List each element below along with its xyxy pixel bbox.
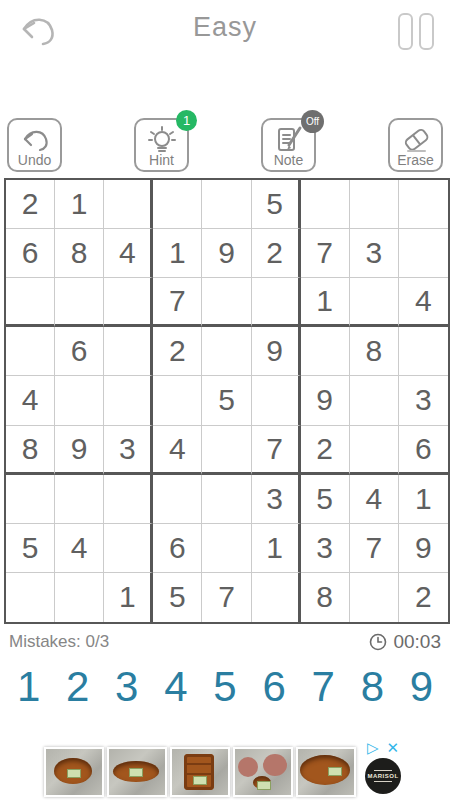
cell-r7c2[interactable] (55, 475, 104, 524)
numpad-key-2[interactable]: 2 (53, 663, 102, 711)
cell-r5c2[interactable] (55, 376, 104, 425)
cell-r5c8[interactable] (350, 376, 399, 425)
numpad-key-8[interactable]: 8 (348, 663, 397, 711)
cell-r6c1[interactable]: 8 (6, 426, 55, 475)
cell-r3c3[interactable] (104, 278, 153, 327)
cell-r3c2[interactable] (55, 278, 104, 327)
cell-r4c2[interactable]: 6 (55, 327, 104, 376)
adchoices-icon[interactable]: ▷ (367, 740, 379, 755)
cell-r5c9[interactable]: 3 (399, 376, 448, 425)
cell-r3c5[interactable] (202, 278, 251, 327)
cell-r6c9[interactable]: 6 (399, 426, 448, 475)
cell-r9c4[interactable]: 5 (153, 573, 202, 622)
top-bar: Easy (0, 0, 450, 56)
numpad-key-9[interactable]: 9 (397, 663, 446, 711)
cell-r9c3[interactable]: 1 (104, 573, 153, 622)
cell-r1c2[interactable]: 1 (55, 180, 104, 229)
cell-r5c1[interactable]: 4 (6, 376, 55, 425)
cell-r1c4[interactable] (153, 180, 202, 229)
ad-controls: ▷ ✕ MARISOL (365, 740, 401, 794)
numpad-key-7[interactable]: 7 (299, 663, 348, 711)
ad-thumbnail-wide-bowl[interactable] (296, 747, 356, 797)
toolbar: Undo 1 Hint Off Note (0, 118, 450, 172)
status-bar: Mistakes: 0/3 00:03 (0, 631, 450, 653)
sudoku-board: 2156841927371462984593893472635415461379… (4, 178, 450, 624)
cell-r7c5[interactable] (202, 475, 251, 524)
cell-r1c7[interactable] (301, 180, 350, 229)
cell-r1c3[interactable] (104, 180, 153, 229)
mistakes-value: 0/3 (86, 632, 110, 651)
cell-r6c8[interactable] (350, 426, 399, 475)
cell-r9c1[interactable] (6, 573, 55, 622)
pause-icon (419, 13, 434, 50)
cell-r7c3[interactable] (104, 475, 153, 524)
cell-r6c2[interactable]: 9 (55, 426, 104, 475)
cell-r2c7[interactable]: 7 (301, 229, 350, 278)
cell-r7c4[interactable] (153, 475, 202, 524)
cell-r8c7[interactable]: 3 (301, 524, 350, 573)
cell-r7c8[interactable]: 4 (350, 475, 399, 524)
pause-icon (398, 13, 413, 50)
undo-label: Undo (18, 152, 51, 168)
cell-r9c2[interactable] (55, 573, 104, 622)
cell-r3c4[interactable]: 7 (153, 278, 202, 327)
advertiser-logo[interactable]: MARISOL (365, 758, 401, 794)
cell-r9c6[interactable] (252, 573, 301, 622)
ad-thumbnail-oval-platter[interactable] (107, 747, 167, 797)
ad-thumbnail-plates-set[interactable] (233, 747, 293, 797)
cell-r8c4[interactable]: 6 (153, 524, 202, 573)
cell-r9c8[interactable] (350, 573, 399, 622)
cell-r3c7[interactable]: 1 (301, 278, 350, 327)
cell-r8c9[interactable]: 9 (399, 524, 448, 573)
undo-icon (9, 124, 60, 154)
bowl-photo (46, 749, 102, 795)
cell-r4c6[interactable]: 9 (252, 327, 301, 376)
timer: 00:03 (369, 631, 441, 653)
cell-r5c5[interactable]: 5 (202, 376, 251, 425)
cell-r2c2[interactable]: 8 (55, 229, 104, 278)
cell-r1c6[interactable]: 5 (252, 180, 301, 229)
numpad-key-1[interactable]: 1 (4, 663, 53, 711)
cell-r8c5[interactable] (202, 524, 251, 573)
cell-r8c6[interactable]: 1 (252, 524, 301, 573)
cell-r1c5[interactable] (202, 180, 251, 229)
logo-decor-line (374, 781, 392, 782)
advertiser-logo-text: MARISOL (367, 773, 398, 779)
cell-r3c1[interactable] (6, 278, 55, 327)
ad-banner[interactable]: ▷ ✕ MARISOL (0, 734, 450, 800)
cell-r2c8[interactable]: 3 (350, 229, 399, 278)
cell-r2c6[interactable]: 2 (252, 229, 301, 278)
numpad-key-5[interactable]: 5 (200, 663, 249, 711)
numpad-key-3[interactable]: 3 (102, 663, 151, 711)
tray-photo (172, 749, 228, 795)
cell-r4c7[interactable] (301, 327, 350, 376)
cell-r1c9[interactable] (399, 180, 448, 229)
cell-r4c9[interactable] (399, 327, 448, 376)
wide-bowl-photo (298, 749, 354, 795)
cell-r1c1[interactable]: 2 (6, 180, 55, 229)
cell-r8c2[interactable]: 4 (55, 524, 104, 573)
cell-r5c7[interactable]: 9 (301, 376, 350, 425)
page-title: Easy (0, 12, 450, 43)
cell-r3c6[interactable] (252, 278, 301, 327)
ad-close-icon[interactable]: ✕ (386, 740, 399, 755)
cell-r2c4[interactable]: 1 (153, 229, 202, 278)
cell-r2c5[interactable]: 9 (202, 229, 251, 278)
cell-r8c8[interactable]: 7 (350, 524, 399, 573)
cell-r6c3[interactable]: 3 (104, 426, 153, 475)
mistakes-label: Mistakes: (9, 632, 81, 651)
logo-decor-line (374, 770, 392, 771)
cell-r9c7[interactable]: 8 (301, 573, 350, 622)
cell-r8c3[interactable] (104, 524, 153, 573)
cell-r7c6[interactable]: 3 (252, 475, 301, 524)
cell-r1c8[interactable] (350, 180, 399, 229)
platter-photo (109, 749, 165, 795)
eraser-icon (390, 124, 441, 156)
mistakes-counter: Mistakes: 0/3 (9, 632, 109, 652)
cell-r5c3[interactable] (104, 376, 153, 425)
cell-r4c5[interactable] (202, 327, 251, 376)
cell-r4c3[interactable] (104, 327, 153, 376)
cell-r6c6[interactable]: 7 (252, 426, 301, 475)
timer-value: 00:03 (393, 631, 441, 653)
cell-r4c1[interactable] (6, 327, 55, 376)
erase-button[interactable]: Erase (388, 118, 443, 172)
cell-r3c9[interactable]: 4 (399, 278, 448, 327)
cell-r7c7[interactable]: 5 (301, 475, 350, 524)
ad-thumbnail-tray[interactable] (170, 747, 230, 797)
cell-r2c9[interactable] (399, 229, 448, 278)
cell-r6c7[interactable]: 2 (301, 426, 350, 475)
undo-button[interactable]: Undo (7, 118, 62, 172)
cell-r7c1[interactable] (6, 475, 55, 524)
numpad-key-4[interactable]: 4 (151, 663, 200, 711)
note-off-badge: Off (301, 110, 324, 133)
cell-r2c1[interactable]: 6 (6, 229, 55, 278)
cell-r2c3[interactable]: 4 (104, 229, 153, 278)
pause-button[interactable] (398, 13, 434, 50)
cell-r3c8[interactable] (350, 278, 399, 327)
hint-count-badge: 1 (176, 110, 197, 131)
clock-icon (369, 633, 387, 651)
cell-r4c4[interactable]: 2 (153, 327, 202, 376)
number-pad: 123456789 (4, 663, 446, 711)
cell-r6c4[interactable]: 4 (153, 426, 202, 475)
cell-r6c5[interactable] (202, 426, 251, 475)
numpad-key-6[interactable]: 6 (250, 663, 299, 711)
ad-thumbnail-bowl[interactable] (44, 747, 104, 797)
cell-r5c4[interactable] (153, 376, 202, 425)
cell-r8c1[interactable]: 5 (6, 524, 55, 573)
plates-photo (235, 749, 291, 795)
cell-r7c9[interactable]: 1 (399, 475, 448, 524)
note-button[interactable]: Off Note (261, 118, 316, 172)
cell-r4c8[interactable]: 8 (350, 327, 399, 376)
cell-r5c6[interactable] (252, 376, 301, 425)
cell-r9c5[interactable]: 7 (202, 573, 251, 622)
cell-r9c9[interactable]: 2 (399, 573, 448, 622)
hint-button[interactable]: 1 Hint (134, 118, 189, 172)
